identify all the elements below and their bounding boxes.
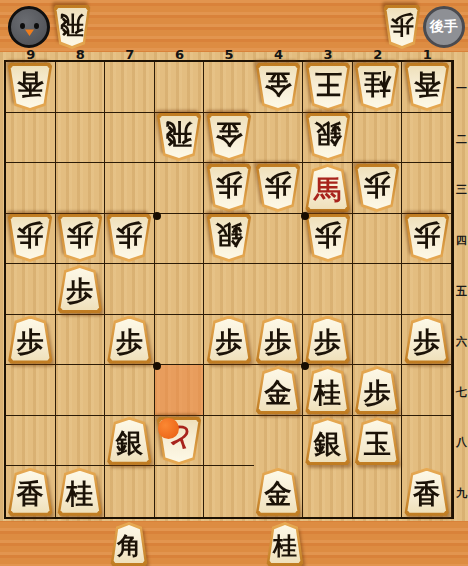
piece-glyph: 金 <box>265 71 292 98</box>
piece-body: 桂 <box>354 63 400 111</box>
file-label-9: 9 <box>25 47 37 62</box>
board-cell-9二[interactable] <box>6 113 56 164</box>
file-label-4: 4 <box>273 47 285 62</box>
piece-glyph: 馬 <box>314 176 341 203</box>
board-cell-3五[interactable] <box>303 264 353 315</box>
piece-glyph: 飛 <box>165 122 192 149</box>
shogi-piece-pawn[interactable]: 歩 <box>206 316 252 364</box>
piece-glyph: 歩 <box>17 223 44 250</box>
board-cell-7二[interactable] <box>105 113 155 164</box>
piece-body: 歩 <box>255 316 301 364</box>
board-cell-9六[interactable]: 歩 <box>6 315 56 366</box>
piece-body: 歩 <box>404 214 450 262</box>
board-cell-7一[interactable] <box>105 62 155 113</box>
piece-glyph: 歩 <box>215 172 242 199</box>
piece-glyph: 銀 <box>314 430 341 457</box>
board-cell-3七[interactable]: 桂 <box>303 365 353 416</box>
rank-label-9: 九 <box>456 486 467 501</box>
avatar-eye <box>20 23 25 29</box>
star-point <box>301 362 309 370</box>
piece-glyph: 銀 <box>314 122 341 149</box>
piece-body: 香 <box>404 63 450 111</box>
piece-glyph: 歩 <box>66 277 93 304</box>
piece-body: 金 <box>255 366 301 414</box>
board-cell-2五[interactable] <box>353 264 403 315</box>
board-cell-9一[interactable]: 香 <box>6 62 56 113</box>
piece-body: 香 <box>7 63 53 111</box>
piece-body: 王 <box>305 63 351 111</box>
shogi-piece-knight[interactable]: 桂 <box>354 63 400 111</box>
board-cell-2三[interactable]: 歩 <box>353 163 403 214</box>
piece-body: 金 <box>206 113 252 161</box>
board-cell-8二[interactable] <box>56 113 106 164</box>
last-move-dot <box>158 418 179 439</box>
piece-glyph: 桂 <box>364 71 391 98</box>
shogi-piece-silver[interactable]: 銀 <box>305 417 351 465</box>
board-cell-3三[interactable]: 馬 <box>303 163 353 214</box>
piece-glyph: 歩 <box>413 223 440 250</box>
board-cell-2六[interactable] <box>353 315 403 366</box>
piece-glyph: 歩 <box>314 223 341 250</box>
shogi-piece-rook[interactable]: 飛 <box>156 113 202 161</box>
piece-glyph: 香 <box>17 480 44 507</box>
board-cell-5一[interactable] <box>204 62 254 113</box>
board-cell-6八[interactable]: と <box>155 416 205 467</box>
piece-glyph: 金 <box>265 480 292 507</box>
board-cell-6三[interactable] <box>155 163 205 214</box>
rank-label-2: 二 <box>456 132 467 147</box>
shogi-piece-knight[interactable]: 桂 <box>266 522 304 566</box>
file-label-5: 5 <box>223 47 235 62</box>
board-cell-8八[interactable] <box>56 416 106 467</box>
shogi-piece-pawn[interactable]: 歩 <box>255 164 301 212</box>
piece-body: 飛 <box>53 5 91 49</box>
piece-body: 歩 <box>206 164 252 212</box>
piece-body: 銀 <box>106 417 152 465</box>
file-label-3: 3 <box>322 47 334 62</box>
board-cell-6五[interactable] <box>155 264 205 315</box>
piece-glyph: 王 <box>314 71 341 98</box>
rank-label-1: 一 <box>456 81 467 96</box>
board-cell-9五[interactable] <box>6 264 56 315</box>
board-cell-2七[interactable]: 歩 <box>353 365 403 416</box>
piece-body: 玉 <box>354 417 400 465</box>
piece-glyph: 香 <box>413 71 440 98</box>
piece-glyph: 玉 <box>364 430 391 457</box>
piece-body: 金 <box>255 63 301 111</box>
shogi-piece-pawn[interactable]: 歩 <box>354 366 400 414</box>
piece-glyph: 香 <box>17 71 44 98</box>
piece-glyph: 桂 <box>273 534 297 558</box>
file-label-7: 7 <box>124 47 136 62</box>
shogi-piece-gold[interactable]: 金 <box>255 366 301 414</box>
board-cell-3九[interactable] <box>303 466 353 517</box>
board-cell-8六[interactable] <box>56 315 106 366</box>
piece-body: 金 <box>255 468 301 516</box>
piece-body: 歩 <box>206 316 252 364</box>
piece-body: 銀 <box>305 113 351 161</box>
file-label-8: 8 <box>74 47 86 62</box>
piece-body: 桂 <box>305 366 351 414</box>
board-cell-5六[interactable]: 歩 <box>204 315 254 366</box>
board-cell-8九[interactable]: 桂 <box>56 466 106 517</box>
piece-glyph: 角 <box>117 534 141 558</box>
piece-body: 馬 <box>305 164 351 212</box>
rank-label-5: 五 <box>456 284 467 299</box>
piece-body: 角 <box>110 522 148 566</box>
avatar-beak <box>25 28 34 36</box>
shogi-piece-king[interactable]: 玉 <box>354 417 400 465</box>
board-cell-4七[interactable]: 金 <box>254 365 304 416</box>
rank-label-7: 七 <box>456 385 467 400</box>
piece-glyph: 歩 <box>314 328 341 355</box>
shogi-piece-knight[interactable]: 桂 <box>305 366 351 414</box>
sente-player-bar: 先手 <box>0 521 468 566</box>
piece-body: 桂 <box>266 522 304 566</box>
shogi-piece-pawn[interactable]: 歩 <box>305 316 351 364</box>
board-cell-3二[interactable]: 銀 <box>303 113 353 164</box>
piece-glyph: 銀 <box>215 223 242 250</box>
rank-label-6: 六 <box>456 334 467 349</box>
shogi-piece-silver[interactable]: 銀 <box>106 417 152 465</box>
board-cell-2九[interactable] <box>353 466 403 517</box>
shogi-piece-lance[interactable]: 香 <box>404 468 450 516</box>
board-cell-1八[interactable] <box>402 416 452 467</box>
board-cell-1七[interactable] <box>402 365 452 416</box>
board-cell-4九[interactable]: 金 <box>254 466 304 517</box>
piece-body: 銀 <box>305 417 351 465</box>
shogi-piece-pawn[interactable]: 歩 <box>57 214 103 262</box>
piece-body: 桂 <box>57 468 103 516</box>
board-cell-6一[interactable] <box>155 62 205 113</box>
piece-body: 歩 <box>106 316 152 364</box>
board-cell-4二[interactable] <box>254 113 304 164</box>
shogi-piece-lance[interactable]: 香 <box>7 468 53 516</box>
rank-label-4: 四 <box>456 233 467 248</box>
file-label-6: 6 <box>173 47 185 62</box>
board-cell-7八[interactable]: 銀 <box>105 416 155 467</box>
shogi-piece-king[interactable]: 王 <box>305 63 351 111</box>
piece-glyph: 銀 <box>116 429 143 456</box>
board-cell-6二[interactable]: 飛 <box>155 113 205 164</box>
board-cell-6六[interactable] <box>155 315 205 366</box>
board-frame: 香金王桂香飛金銀歩歩馬歩歩歩歩銀歩歩歩歩歩歩歩歩歩金桂歩銀と銀玉香桂金香 987… <box>0 52 468 521</box>
board-cell-1四[interactable]: 歩 <box>402 214 452 265</box>
board-cell-3四[interactable]: 歩 <box>303 214 353 265</box>
piece-body: 歩 <box>255 164 301 212</box>
piece-body: 歩 <box>7 316 53 364</box>
piece-glyph: 金 <box>265 379 292 406</box>
shogi-piece-bishop[interactable]: 角 <box>110 522 148 566</box>
rank-label-3: 三 <box>456 182 467 197</box>
piece-glyph: 歩 <box>265 172 292 199</box>
piece-body: 歩 <box>354 366 400 414</box>
board-cell-1二[interactable] <box>402 113 452 164</box>
shogi-piece-promoted-bishop[interactable]: 馬 <box>305 164 351 212</box>
board-cell-2四[interactable] <box>353 214 403 265</box>
piece-body: 銀 <box>206 214 252 262</box>
rank-label-8: 八 <box>456 435 467 450</box>
board-cell-7五[interactable] <box>105 264 155 315</box>
board-cell-1三[interactable] <box>402 163 452 214</box>
piece-glyph: 歩 <box>364 172 391 199</box>
piece-glyph: 金 <box>215 122 242 149</box>
piece-glyph: 歩 <box>265 328 292 355</box>
board-cell-1一[interactable]: 香 <box>402 62 452 113</box>
board-cell-6四[interactable] <box>155 214 205 265</box>
piece-body: 歩 <box>354 164 400 212</box>
shogi-piece-pawn[interactable]: 歩 <box>106 214 152 262</box>
board-cell-9九[interactable]: 香 <box>6 466 56 517</box>
piece-body: 香 <box>7 468 53 516</box>
piece-body: 歩 <box>383 5 421 49</box>
board-cell-8三[interactable] <box>56 163 106 214</box>
piece-body: 歩 <box>57 265 103 313</box>
board-cell-8四[interactable]: 歩 <box>56 214 106 265</box>
board-cell-5七[interactable] <box>204 365 254 416</box>
board-cell-6九[interactable] <box>155 466 205 517</box>
piece-body: 歩 <box>106 214 152 262</box>
shogi-piece-gold[interactable]: 金 <box>255 63 301 111</box>
shogi-piece-lance[interactable]: 香 <box>7 63 53 111</box>
board-cell-9七[interactable] <box>6 365 56 416</box>
piece-body: 歩 <box>305 316 351 364</box>
piece-glyph: 歩 <box>364 379 391 406</box>
piece-body: 歩 <box>57 214 103 262</box>
gote-avatar <box>8 6 50 48</box>
board-cell-1五[interactable] <box>402 264 452 315</box>
piece-glyph: 歩 <box>116 223 143 250</box>
piece-body: 歩 <box>305 214 351 262</box>
shogi-piece-lance[interactable]: 香 <box>404 63 450 111</box>
board-cell-5四[interactable]: 銀 <box>204 214 254 265</box>
board-cell-4八[interactable] <box>254 416 304 467</box>
piece-glyph: 歩 <box>17 328 44 355</box>
piece-glyph: 飛 <box>60 13 84 37</box>
shogi-piece-gold[interactable]: 金 <box>206 113 252 161</box>
piece-glyph: 香 <box>413 480 440 507</box>
piece-body: 香 <box>404 468 450 516</box>
gote-badge: 後手 <box>423 6 465 48</box>
board-cell-9四[interactable]: 歩 <box>6 214 56 265</box>
shogi-piece-silver[interactable]: 銀 <box>206 214 252 262</box>
board-cell-8七[interactable] <box>56 365 106 416</box>
board-cell-5二[interactable]: 金 <box>204 113 254 164</box>
piece-body: 歩 <box>404 316 450 364</box>
board-cell-7九[interactable] <box>105 466 155 517</box>
board-cell-5八[interactable] <box>204 416 254 467</box>
board-cell-9三[interactable] <box>6 163 56 214</box>
board-cell-4四[interactable] <box>254 214 304 265</box>
shogi-piece-pawn[interactable]: 歩 <box>354 164 400 212</box>
shogi-piece-pawn[interactable]: 歩 <box>106 316 152 364</box>
board-cell-1九[interactable]: 香 <box>402 466 452 517</box>
board-cell-2八[interactable]: 玉 <box>353 416 403 467</box>
shogi-piece-pawn[interactable]: 歩 <box>255 316 301 364</box>
board-grid: 香金王桂香飛金銀歩歩馬歩歩歩歩銀歩歩歩歩歩歩歩歩歩金桂歩銀と銀玉香桂金香 <box>4 60 454 519</box>
board-cell-4六[interactable]: 歩 <box>254 315 304 366</box>
piece-glyph: 歩 <box>215 328 242 355</box>
shogi-piece-pawn[interactable]: 歩 <box>7 316 53 364</box>
shogi-piece-gold[interactable]: 金 <box>255 468 301 516</box>
board-cell-4一[interactable]: 金 <box>254 62 304 113</box>
piece-glyph: 歩 <box>116 328 143 355</box>
piece-body: 歩 <box>7 214 53 262</box>
board-cell-8一[interactable] <box>56 62 106 113</box>
board-cell-7六[interactable]: 歩 <box>105 315 155 366</box>
board-cell-8五[interactable]: 歩 <box>56 264 106 315</box>
board-cell-5九[interactable] <box>204 466 254 517</box>
shogi-piece-pawn[interactable]: 歩 <box>404 214 450 262</box>
shogi-piece-rook[interactable]: 飛 <box>53 5 91 49</box>
board-cell-4三[interactable]: 歩 <box>254 163 304 214</box>
board-cell-3六[interactable]: 歩 <box>303 315 353 366</box>
board-cell-9八[interactable] <box>6 416 56 467</box>
piece-glyph: 桂 <box>66 480 93 507</box>
board-cell-3一[interactable]: 王 <box>303 62 353 113</box>
shogi-piece-knight[interactable]: 桂 <box>57 468 103 516</box>
board-cell-2一[interactable]: 桂 <box>353 62 403 113</box>
piece-glyph: 桂 <box>314 379 341 406</box>
star-point <box>153 362 161 370</box>
file-label-1: 1 <box>421 47 433 62</box>
board-cell-7三[interactable] <box>105 163 155 214</box>
shogi-piece-pawn[interactable]: 歩 <box>305 214 351 262</box>
piece-glyph: 歩 <box>390 13 414 37</box>
piece-glyph: 歩 <box>66 223 93 250</box>
shogi-piece-pawn[interactable]: 歩 <box>57 265 103 313</box>
board-cell-7四[interactable]: 歩 <box>105 214 155 265</box>
avatar-eye <box>34 23 39 29</box>
shogi-piece-pawn[interactable]: 歩 <box>404 316 450 364</box>
piece-body: 飛 <box>156 113 202 161</box>
board-cell-1六[interactable]: 歩 <box>402 315 452 366</box>
shogi-piece-pawn[interactable]: 歩 <box>383 5 421 49</box>
star-point <box>153 212 161 220</box>
shogi-piece-pawn[interactable]: 歩 <box>7 214 53 262</box>
shogi-piece-pawn[interactable]: 歩 <box>206 164 252 212</box>
board-cell-4五[interactable] <box>254 264 304 315</box>
board-cell-3八[interactable]: 銀 <box>303 416 353 467</box>
board-cell-2二[interactable] <box>353 113 403 164</box>
board-cell-5三[interactable]: 歩 <box>204 163 254 214</box>
star-point <box>301 212 309 220</box>
shogi-piece-silver[interactable]: 銀 <box>305 113 351 161</box>
file-label-2: 2 <box>372 47 384 62</box>
board-cell-6七[interactable] <box>155 365 205 416</box>
piece-glyph: 歩 <box>413 328 440 355</box>
board-cell-7七[interactable] <box>105 365 155 416</box>
board-cell-5五[interactable] <box>204 264 254 315</box>
